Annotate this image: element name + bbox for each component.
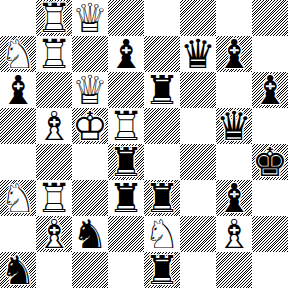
square-c7[interactable]: [72, 36, 108, 72]
black-rook-icon: ♜: [108, 180, 144, 216]
square-h4[interactable]: ♚: [252, 144, 288, 180]
square-c4[interactable]: [72, 144, 108, 180]
black-knight-icon: ♞: [72, 216, 108, 252]
white-rook-icon: ♜♖: [36, 0, 72, 36]
white-rook-icon: ♜♖: [36, 36, 72, 72]
square-d3[interactable]: ♜: [108, 180, 144, 216]
black-bishop-icon: ♝: [0, 72, 36, 108]
square-h5[interactable]: [252, 108, 288, 144]
square-d8[interactable]: [108, 0, 144, 36]
square-g5[interactable]: ♛: [216, 108, 252, 144]
white-king-icon: ♚♔: [72, 108, 108, 144]
black-bishop-icon: ♝: [108, 36, 144, 72]
square-h8[interactable]: [252, 0, 288, 36]
square-h7[interactable]: [252, 36, 288, 72]
square-e4[interactable]: [144, 144, 180, 180]
square-e1[interactable]: ♜: [144, 252, 180, 288]
square-d4[interactable]: ♜: [108, 144, 144, 180]
white-bishop-icon: ♝♗: [36, 108, 72, 144]
white-queen-icon: ♛♕: [72, 0, 108, 36]
square-c6[interactable]: ♛♕: [72, 72, 108, 108]
black-bishop-icon: ♝: [216, 180, 252, 216]
square-f8[interactable]: [180, 0, 216, 36]
white-rook-icon: ♜♖: [36, 180, 72, 216]
square-g1[interactable]: [216, 252, 252, 288]
square-g8[interactable]: [216, 0, 252, 36]
square-f7[interactable]: ♛: [180, 36, 216, 72]
square-b8[interactable]: ♜♖: [36, 0, 72, 36]
square-d7[interactable]: ♝: [108, 36, 144, 72]
square-g4[interactable]: [216, 144, 252, 180]
square-b6[interactable]: [36, 72, 72, 108]
square-c2[interactable]: ♞: [72, 216, 108, 252]
square-b2[interactable]: ♝♗: [36, 216, 72, 252]
square-f2[interactable]: [180, 216, 216, 252]
square-a5[interactable]: [0, 108, 36, 144]
square-f1[interactable]: [180, 252, 216, 288]
square-g6[interactable]: [216, 72, 252, 108]
square-h6[interactable]: ♝: [252, 72, 288, 108]
square-c3[interactable]: [72, 180, 108, 216]
white-knight-icon: ♞♘: [0, 36, 36, 72]
square-e3[interactable]: ♜: [144, 180, 180, 216]
square-a6[interactable]: ♝: [0, 72, 36, 108]
square-a7[interactable]: ♞♘: [0, 36, 36, 72]
square-e7[interactable]: [144, 36, 180, 72]
square-c5[interactable]: ♚♔: [72, 108, 108, 144]
black-rook-icon: ♜: [144, 180, 180, 216]
black-knight-icon: ♞: [0, 252, 36, 288]
square-g3[interactable]: ♝: [216, 180, 252, 216]
square-d1[interactable]: [108, 252, 144, 288]
square-b5[interactable]: ♝♗: [36, 108, 72, 144]
square-h2[interactable]: [252, 216, 288, 252]
black-rook-icon: ♜: [108, 144, 144, 180]
black-rook-icon: ♜: [144, 72, 180, 108]
square-b1[interactable]: [36, 252, 72, 288]
white-bishop-icon: ♝♗: [36, 216, 72, 252]
square-e6[interactable]: ♜: [144, 72, 180, 108]
square-f5[interactable]: [180, 108, 216, 144]
square-a3[interactable]: ♞♘: [0, 180, 36, 216]
chess-board: ♜♖♛♕♞♘♜♖♝♛♝♝♛♕♜♝♝♗♚♔♜♖♛♜♚♞♘♜♖♜♜♝♝♗♞♞♘♝♗♞…: [0, 0, 288, 288]
white-queen-icon: ♛♕: [72, 72, 108, 108]
square-e8[interactable]: [144, 0, 180, 36]
square-b3[interactable]: ♜♖: [36, 180, 72, 216]
square-d5[interactable]: ♜♖: [108, 108, 144, 144]
square-f4[interactable]: [180, 144, 216, 180]
black-bishop-icon: ♝: [216, 36, 252, 72]
square-c8[interactable]: ♛♕: [72, 0, 108, 36]
white-bishop-icon: ♝♗: [216, 216, 252, 252]
square-a8[interactable]: [0, 0, 36, 36]
black-king-icon: ♚: [252, 144, 288, 180]
square-b7[interactable]: ♜♖: [36, 36, 72, 72]
square-f6[interactable]: [180, 72, 216, 108]
square-b4[interactable]: [36, 144, 72, 180]
square-d6[interactable]: [108, 72, 144, 108]
square-d2[interactable]: [108, 216, 144, 252]
black-bishop-icon: ♝: [252, 72, 288, 108]
square-e2[interactable]: ♞♘: [144, 216, 180, 252]
square-e5[interactable]: [144, 108, 180, 144]
square-a2[interactable]: [0, 216, 36, 252]
square-a1[interactable]: ♞: [0, 252, 36, 288]
square-a4[interactable]: [0, 144, 36, 180]
black-queen-icon: ♛: [180, 36, 216, 72]
black-queen-icon: ♛: [216, 108, 252, 144]
square-f3[interactable]: [180, 180, 216, 216]
square-c1[interactable]: [72, 252, 108, 288]
square-g7[interactable]: ♝: [216, 36, 252, 72]
white-rook-icon: ♜♖: [108, 108, 144, 144]
white-knight-icon: ♞♘: [144, 216, 180, 252]
white-knight-icon: ♞♘: [0, 180, 36, 216]
square-h3[interactable]: [252, 180, 288, 216]
square-h1[interactable]: [252, 252, 288, 288]
square-g2[interactable]: ♝♗: [216, 216, 252, 252]
black-rook-icon: ♜: [144, 252, 180, 288]
